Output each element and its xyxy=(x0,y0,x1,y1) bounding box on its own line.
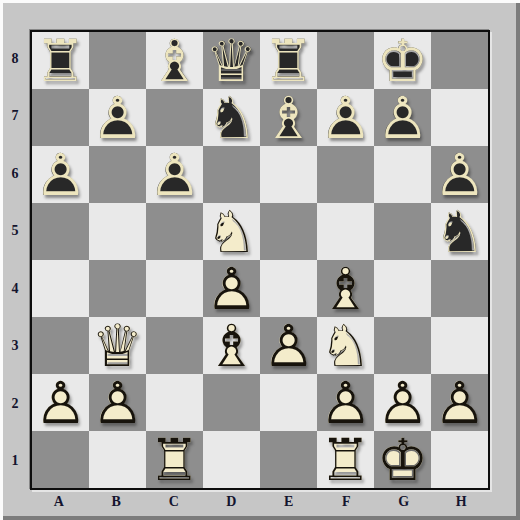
square-b3[interactable]: ♛♕ xyxy=(89,317,146,374)
square-f2[interactable]: ♟♙ xyxy=(317,374,374,431)
piece-outline-glyph: ♙ xyxy=(317,374,374,431)
piece-outline-glyph: ♘ xyxy=(203,203,260,260)
rank-label-3: 3 xyxy=(2,318,28,376)
square-h7[interactable] xyxy=(431,89,488,146)
square-g5[interactable] xyxy=(374,203,431,260)
black-king-piece[interactable]: ♚♔ xyxy=(374,32,431,89)
square-e5[interactable] xyxy=(260,203,317,260)
square-g8[interactable]: ♚♔ xyxy=(374,32,431,89)
white-pawn-piece[interactable]: ♟♙ xyxy=(260,317,317,374)
piece-outline-glyph: ♘ xyxy=(203,89,260,146)
square-g3[interactable] xyxy=(374,317,431,374)
piece-outline-glyph: ♙ xyxy=(203,260,260,317)
square-f6[interactable] xyxy=(317,146,374,203)
piece-outline-glyph: ♗ xyxy=(260,89,317,146)
square-c2[interactable] xyxy=(146,374,203,431)
square-e7[interactable]: ♝♗ xyxy=(260,89,317,146)
piece-outline-glyph: ♖ xyxy=(146,431,203,488)
white-knight-piece[interactable]: ♞♘ xyxy=(203,203,260,260)
square-e3[interactable]: ♟♙ xyxy=(260,317,317,374)
square-f1[interactable]: ♜♖ xyxy=(317,431,374,488)
black-rook-piece[interactable]: ♜♖ xyxy=(260,32,317,89)
board-frame: 87654321 ABCDEFGH ♜♖♝♗♛♕♜♖♚♔♟♙♞♘♝♗♟♙♟♙♟♙… xyxy=(0,0,520,520)
white-pawn-piece[interactable]: ♟♙ xyxy=(374,374,431,431)
white-pawn-piece[interactable]: ♟♙ xyxy=(431,374,488,431)
square-h1[interactable] xyxy=(431,431,488,488)
square-c5[interactable] xyxy=(146,203,203,260)
black-queen-piece[interactable]: ♛♕ xyxy=(203,32,260,89)
square-d3[interactable]: ♝♗ xyxy=(203,317,260,374)
square-a4[interactable] xyxy=(32,260,89,317)
square-f8[interactable] xyxy=(317,32,374,89)
square-f5[interactable] xyxy=(317,203,374,260)
rank-label-6: 6 xyxy=(2,145,28,203)
black-pawn-piece[interactable]: ♟♙ xyxy=(374,89,431,146)
rank-label-8: 8 xyxy=(2,30,28,88)
square-d8[interactable]: ♛♕ xyxy=(203,32,260,89)
rank-label-4: 4 xyxy=(2,260,28,318)
piece-outline-glyph: ♙ xyxy=(317,89,374,146)
piece-outline-glyph: ♘ xyxy=(431,203,488,260)
square-h4[interactable] xyxy=(431,260,488,317)
square-b1[interactable] xyxy=(89,431,146,488)
square-b4[interactable] xyxy=(89,260,146,317)
piece-outline-glyph: ♙ xyxy=(32,374,89,431)
square-d6[interactable] xyxy=(203,146,260,203)
file-labels: ABCDEFGH xyxy=(30,490,490,514)
white-knight-piece[interactable]: ♞♘ xyxy=(317,317,374,374)
square-e4[interactable] xyxy=(260,260,317,317)
square-e6[interactable] xyxy=(260,146,317,203)
square-c6[interactable]: ♟♙ xyxy=(146,146,203,203)
square-b7[interactable]: ♟♙ xyxy=(89,89,146,146)
piece-outline-glyph: ♔ xyxy=(374,431,431,488)
square-h6[interactable]: ♟♙ xyxy=(431,146,488,203)
square-d4[interactable]: ♟♙ xyxy=(203,260,260,317)
square-h5[interactable]: ♞♘ xyxy=(431,203,488,260)
white-bishop-piece[interactable]: ♝♗ xyxy=(203,317,260,374)
white-pawn-piece[interactable]: ♟♙ xyxy=(317,374,374,431)
square-g7[interactable]: ♟♙ xyxy=(374,89,431,146)
black-bishop-piece[interactable]: ♝♗ xyxy=(260,89,317,146)
square-d2[interactable] xyxy=(203,374,260,431)
square-d7[interactable]: ♞♘ xyxy=(203,89,260,146)
square-c7[interactable] xyxy=(146,89,203,146)
square-c8[interactable]: ♝♗ xyxy=(146,32,203,89)
white-pawn-piece[interactable]: ♟♙ xyxy=(89,374,146,431)
black-pawn-piece[interactable]: ♟♙ xyxy=(146,146,203,203)
piece-outline-glyph: ♙ xyxy=(374,89,431,146)
square-c1[interactable]: ♜♖ xyxy=(146,431,203,488)
white-king-piece[interactable]: ♚♔ xyxy=(374,431,431,488)
piece-outline-glyph: ♔ xyxy=(374,32,431,89)
square-a5[interactable] xyxy=(32,203,89,260)
piece-outline-glyph: ♗ xyxy=(203,317,260,374)
piece-outline-glyph: ♗ xyxy=(146,32,203,89)
black-pawn-piece[interactable]: ♟♙ xyxy=(317,89,374,146)
piece-outline-glyph: ♖ xyxy=(317,431,374,488)
square-h2[interactable]: ♟♙ xyxy=(431,374,488,431)
square-b8[interactable] xyxy=(89,32,146,89)
file-label-d: D xyxy=(203,490,261,514)
square-b5[interactable] xyxy=(89,203,146,260)
file-label-h: H xyxy=(433,490,491,514)
piece-outline-glyph: ♙ xyxy=(89,374,146,431)
square-a6[interactable]: ♟♙ xyxy=(32,146,89,203)
square-a8[interactable]: ♜♖ xyxy=(32,32,89,89)
rank-label-7: 7 xyxy=(2,88,28,146)
piece-outline-glyph: ♙ xyxy=(431,146,488,203)
rank-label-1: 1 xyxy=(2,433,28,491)
black-rook-piece[interactable]: ♜♖ xyxy=(32,32,89,89)
white-pawn-piece[interactable]: ♟♙ xyxy=(32,374,89,431)
piece-outline-glyph: ♗ xyxy=(317,260,374,317)
piece-outline-glyph: ♙ xyxy=(374,374,431,431)
square-g1[interactable]: ♚♔ xyxy=(374,431,431,488)
chess-board: ♜♖♝♗♛♕♜♖♚♔♟♙♞♘♝♗♟♙♟♙♟♙♟♙♟♙♞♘♞♘♟♙♝♗♛♕♝♗♟♙… xyxy=(30,30,490,490)
white-rook-piece[interactable]: ♜♖ xyxy=(146,431,203,488)
square-a7[interactable] xyxy=(32,89,89,146)
white-pawn-piece[interactable]: ♟♙ xyxy=(203,260,260,317)
white-queen-piece[interactable]: ♛♕ xyxy=(89,317,146,374)
piece-outline-glyph: ♘ xyxy=(317,317,374,374)
piece-outline-glyph: ♕ xyxy=(89,317,146,374)
square-a2[interactable]: ♟♙ xyxy=(32,374,89,431)
rank-label-2: 2 xyxy=(2,375,28,433)
square-h3[interactable] xyxy=(431,317,488,374)
piece-outline-glyph: ♕ xyxy=(203,32,260,89)
piece-outline-glyph: ♖ xyxy=(260,32,317,89)
square-h8[interactable] xyxy=(431,32,488,89)
piece-outline-glyph: ♙ xyxy=(32,146,89,203)
black-bishop-piece[interactable]: ♝♗ xyxy=(146,32,203,89)
piece-outline-glyph: ♙ xyxy=(146,146,203,203)
rank-label-5: 5 xyxy=(2,203,28,261)
square-f7[interactable]: ♟♙ xyxy=(317,89,374,146)
square-b2[interactable]: ♟♙ xyxy=(89,374,146,431)
rank-labels: 87654321 xyxy=(2,30,28,490)
black-pawn-piece[interactable]: ♟♙ xyxy=(32,146,89,203)
square-e2[interactable] xyxy=(260,374,317,431)
black-knight-piece[interactable]: ♞♘ xyxy=(203,89,260,146)
square-c3[interactable] xyxy=(146,317,203,374)
square-b6[interactable] xyxy=(89,146,146,203)
square-e8[interactable]: ♜♖ xyxy=(260,32,317,89)
black-pawn-piece[interactable]: ♟♙ xyxy=(431,146,488,203)
file-label-g: G xyxy=(375,490,433,514)
file-label-a: A xyxy=(30,490,88,514)
square-a1[interactable] xyxy=(32,431,89,488)
black-knight-piece[interactable]: ♞♘ xyxy=(431,203,488,260)
square-d1[interactable] xyxy=(203,431,260,488)
file-label-f: F xyxy=(318,490,376,514)
file-label-b: B xyxy=(88,490,146,514)
file-label-c: C xyxy=(145,490,203,514)
black-pawn-piece[interactable]: ♟♙ xyxy=(89,89,146,146)
square-a3[interactable] xyxy=(32,317,89,374)
square-g4[interactable] xyxy=(374,260,431,317)
file-label-e: E xyxy=(260,490,318,514)
square-f3[interactable]: ♞♘ xyxy=(317,317,374,374)
square-g2[interactable]: ♟♙ xyxy=(374,374,431,431)
square-f4[interactable]: ♝♗ xyxy=(317,260,374,317)
white-bishop-piece[interactable]: ♝♗ xyxy=(317,260,374,317)
piece-outline-glyph: ♖ xyxy=(32,32,89,89)
piece-outline-glyph: ♙ xyxy=(89,89,146,146)
piece-outline-glyph: ♙ xyxy=(431,374,488,431)
white-rook-piece[interactable]: ♜♖ xyxy=(317,431,374,488)
square-e1[interactable] xyxy=(260,431,317,488)
square-d5[interactable]: ♞♘ xyxy=(203,203,260,260)
square-c4[interactable] xyxy=(146,260,203,317)
piece-outline-glyph: ♙ xyxy=(260,317,317,374)
square-g6[interactable] xyxy=(374,146,431,203)
